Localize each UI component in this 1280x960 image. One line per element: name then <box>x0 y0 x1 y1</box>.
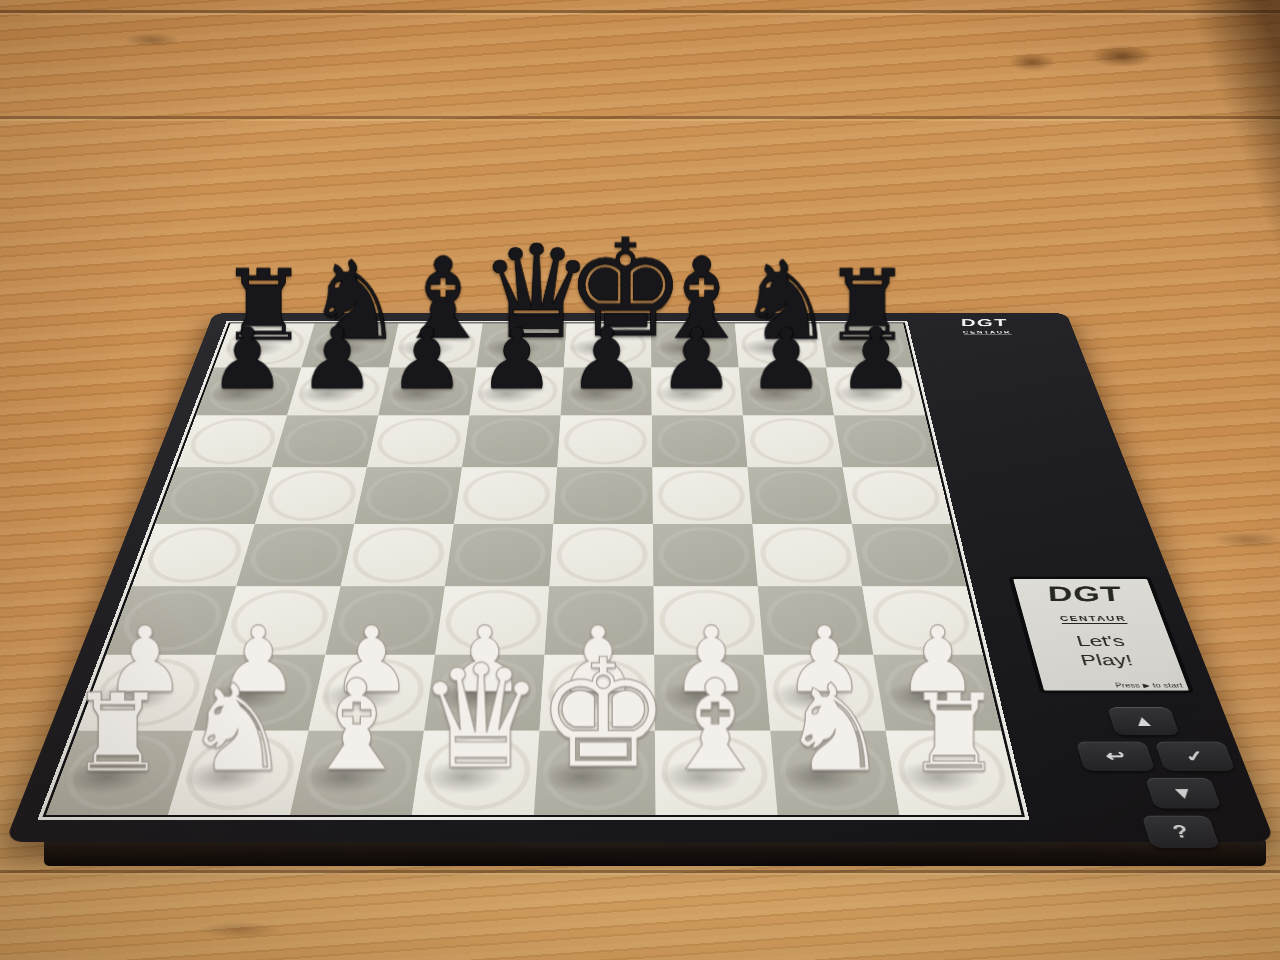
chess-board: ♜♞♝♛♚♝♞♜♟♟♟♟♟♟♟♟♟♟♟♟♟♟♟♟♜♞♝♛♚♝♞♜ <box>46 324 1021 815</box>
square-b6[interactable] <box>272 415 379 467</box>
down-button[interactable]: ▼ <box>1145 778 1222 809</box>
square-g1[interactable]: ♞ <box>770 731 899 815</box>
centaur-wordmark: CENTAUR <box>962 330 1012 335</box>
dgt-logo: DGT <box>960 317 1008 329</box>
square-h5[interactable] <box>843 467 952 524</box>
playing-area: ♜♞♝♛♚♝♞♜♟♟♟♟♟♟♟♟♟♟♟♟♟♟♟♟♜♞♝♛♚♝♞♜ <box>42 322 1025 817</box>
piece-white-bishop[interactable]: ♝ <box>297 668 416 783</box>
square-h1[interactable]: ♜ <box>886 731 1022 815</box>
piece-black-pawn[interactable]: ♟ <box>562 320 652 398</box>
square-h7[interactable]: ♟ <box>826 368 925 416</box>
piece-white-queen[interactable]: ♛ <box>416 651 535 783</box>
square-e6[interactable] <box>557 415 652 467</box>
piece-black-pawn[interactable]: ♟ <box>382 320 472 398</box>
square-g7[interactable]: ♟ <box>739 368 834 416</box>
square-d1[interactable]: ♛ <box>412 731 540 815</box>
square-f7[interactable]: ♟ <box>651 368 743 416</box>
up-button[interactable]: ▲ <box>1107 707 1179 735</box>
piece-white-rook[interactable]: ♜ <box>894 684 1013 783</box>
piece-white-rook[interactable]: ♜ <box>58 684 177 783</box>
square-f6[interactable] <box>652 415 748 467</box>
display-centaur-wordmark: CENTAUR <box>1059 614 1128 624</box>
piece-black-pawn[interactable]: ♟ <box>203 320 293 398</box>
piece-black-pawn[interactable]: ♟ <box>472 320 562 398</box>
display-message: Let's Play! <box>1028 632 1181 670</box>
piece-white-bishop[interactable]: ♝ <box>655 668 774 783</box>
piece-black-pawn[interactable]: ♟ <box>831 320 921 398</box>
square-a7[interactable]: ♟ <box>196 368 301 416</box>
piece-white-knight[interactable]: ♞ <box>177 673 296 784</box>
square-c6[interactable] <box>367 415 470 467</box>
piece-black-pawn[interactable]: ♟ <box>741 320 831 398</box>
piece-black-pawn[interactable]: ♟ <box>652 320 742 398</box>
square-h4[interactable] <box>852 524 967 586</box>
square-b4[interactable] <box>236 524 354 586</box>
square-c4[interactable] <box>341 524 454 586</box>
piece-white-knight[interactable]: ♞ <box>775 673 894 784</box>
square-b1[interactable]: ♞ <box>168 731 309 815</box>
square-a4[interactable] <box>132 524 255 586</box>
square-e4[interactable] <box>549 524 653 586</box>
square-g4[interactable] <box>752 524 862 586</box>
square-b5[interactable] <box>255 467 367 524</box>
board-perspective-wrapper: DGT CENTAUR ♜♞♝♛♚♝♞♜♟♟♟♟♟♟♟♟♟♟♟♟♟♟♟♟♜♞♝♛… <box>5 313 1275 842</box>
square-h6[interactable] <box>834 415 938 467</box>
display-hint: Press ▶ to start <box>1114 682 1183 689</box>
square-f5[interactable] <box>652 467 752 524</box>
button-pad: ▲ ↩ ✓ ▼ ? <box>1066 707 1265 848</box>
help-button[interactable]: ? <box>1142 816 1220 848</box>
square-g6[interactable] <box>743 415 843 467</box>
epaper-display: DGT CENTAUR Let's Play! Press ▶ to start <box>1008 576 1194 693</box>
square-e1[interactable]: ♚ <box>534 731 656 815</box>
frame-brand: DGT CENTAUR <box>958 317 1012 335</box>
square-f4[interactable] <box>653 524 758 586</box>
piece-white-king[interactable]: ♚ <box>536 645 655 783</box>
square-d5[interactable] <box>454 467 557 524</box>
square-d7[interactable]: ♟ <box>469 368 563 416</box>
square-c1[interactable]: ♝ <box>290 731 424 815</box>
square-g5[interactable] <box>747 467 851 524</box>
confirm-button[interactable]: ✓ <box>1155 742 1236 771</box>
square-c5[interactable] <box>354 467 462 524</box>
square-e7[interactable]: ♟ <box>561 368 652 416</box>
back-button[interactable]: ↩ <box>1076 742 1155 771</box>
dgt-centaur-board: DGT CENTAUR ♜♞♝♛♚♝♞♜♟♟♟♟♟♟♟♟♟♟♟♟♟♟♟♟♜♞♝♛… <box>5 313 1275 842</box>
square-f1[interactable]: ♝ <box>655 731 778 815</box>
board-edge-thickness <box>44 838 1266 866</box>
square-d4[interactable] <box>445 524 553 586</box>
table-scene: { "game": "chess", "device": "DGT Centau… <box>0 0 1280 960</box>
square-e5[interactable] <box>553 467 653 524</box>
square-d6[interactable] <box>462 415 561 467</box>
display-dgt-logo: DGT <box>1017 584 1154 603</box>
square-b7[interactable]: ♟ <box>287 368 389 416</box>
square-a6[interactable] <box>177 415 288 467</box>
square-c7[interactable]: ♟ <box>378 368 476 416</box>
piece-black-pawn[interactable]: ♟ <box>292 320 382 398</box>
square-a5[interactable] <box>155 467 271 524</box>
